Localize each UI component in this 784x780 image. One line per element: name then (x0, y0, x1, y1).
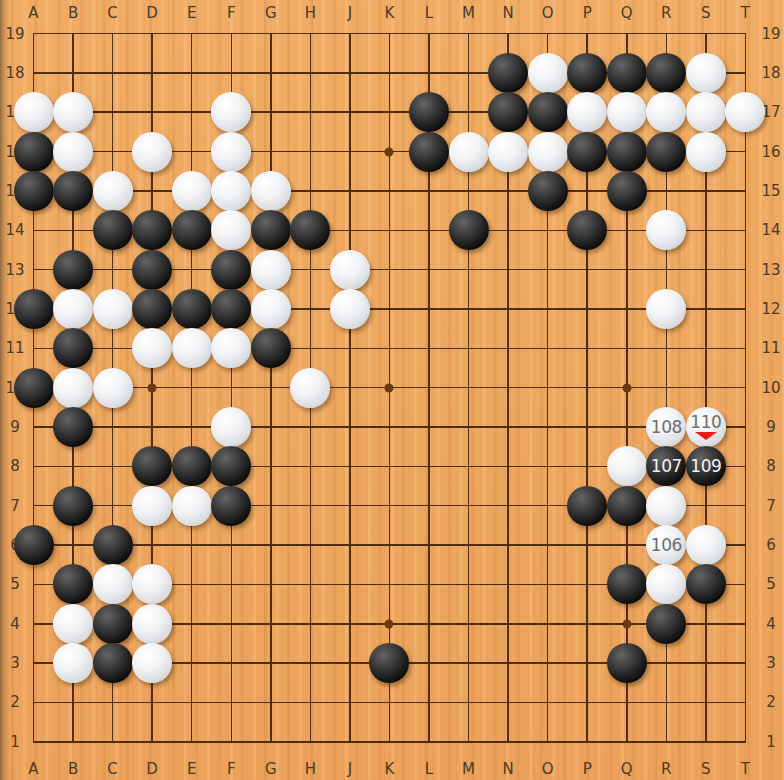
stone-black-C6 (93, 525, 133, 565)
stone-black-O15 (528, 171, 568, 211)
stone-black-F12 (211, 289, 251, 329)
stone-black-R16 (646, 132, 686, 172)
stone-black-P7 (567, 486, 607, 526)
stone-white-C10 (93, 368, 133, 408)
grid-line-horizontal (33, 741, 746, 743)
coord-label-top: E (187, 6, 196, 21)
stone-black-R18 (646, 53, 686, 93)
coord-label-top: J (348, 6, 352, 21)
stone-black-H14 (290, 210, 330, 250)
coord-label-top: H (305, 6, 316, 21)
coord-label-right: 12 (761, 301, 780, 316)
coord-label-top: A (28, 6, 38, 21)
coord-label-bottom: G (265, 762, 277, 777)
coord-label-bottom: D (146, 762, 158, 777)
coord-label-top: P (583, 6, 592, 21)
coord-label-bottom: C (107, 762, 117, 777)
stone-black-R4 (646, 604, 686, 644)
grid-line-horizontal (33, 702, 746, 704)
move-number: 109 (690, 458, 721, 475)
stone-white-D11 (132, 328, 172, 368)
star-point (622, 619, 631, 628)
stone-black-D12 (132, 289, 172, 329)
stone-black-Q5 (607, 564, 647, 604)
stone-white-F15 (211, 171, 251, 211)
stone-white-G13 (251, 250, 291, 290)
stone-black-D13 (132, 250, 172, 290)
coord-label-bottom: R (661, 762, 671, 777)
coord-label-top: T (741, 6, 750, 21)
stone-white-R14 (646, 210, 686, 250)
go-board[interactable]: AABBCCDDEEFFGGHHJJKKLLMMNNOOPPQQRRSSTT19… (0, 0, 784, 780)
coord-label-right: 19 (761, 26, 780, 41)
stone-black-K3 (369, 643, 409, 683)
stone-white-B16 (53, 132, 93, 172)
star-point (385, 147, 394, 156)
stone-white-R7 (646, 486, 686, 526)
stone-white-H10 (290, 368, 330, 408)
stone-black-F7 (211, 486, 251, 526)
coord-label-right: 16 (761, 144, 780, 159)
stone-black-R8: 107 (646, 446, 686, 486)
coord-label-right: 8 (766, 459, 776, 474)
coord-label-left: 8 (10, 459, 20, 474)
stone-black-S8: 109 (686, 446, 726, 486)
stone-black-L16 (409, 132, 449, 172)
stone-white-O18 (528, 53, 568, 93)
coord-label-bottom: M (462, 762, 475, 777)
stone-white-R5 (646, 564, 686, 604)
stone-white-B10 (53, 368, 93, 408)
coord-label-right: 2 (766, 695, 776, 710)
coord-label-bottom: Q (621, 762, 633, 777)
coord-label-right: 1 (766, 734, 776, 749)
stone-white-N16 (488, 132, 528, 172)
coord-label-left: 7 (10, 498, 20, 513)
stone-black-E12 (172, 289, 212, 329)
coord-label-bottom: K (385, 762, 395, 777)
stone-black-E8 (172, 446, 212, 486)
coord-label-left: 9 (10, 420, 20, 435)
stone-black-N17 (488, 92, 528, 132)
stone-white-D4 (132, 604, 172, 644)
stone-white-S6 (686, 525, 726, 565)
stone-white-B4 (53, 604, 93, 644)
grid-line-horizontal (33, 426, 746, 428)
stone-black-D14 (132, 210, 172, 250)
star-point (622, 383, 631, 392)
coord-label-top: L (425, 6, 433, 21)
stone-white-D3 (132, 643, 172, 683)
stone-black-Q18 (607, 53, 647, 93)
stone-white-S9: 110 (686, 407, 726, 447)
coord-label-bottom: H (305, 762, 316, 777)
stone-black-Q3 (607, 643, 647, 683)
star-point (385, 383, 394, 392)
coord-label-right: 7 (766, 498, 776, 513)
stone-black-A16 (14, 132, 54, 172)
stone-white-A17 (14, 92, 54, 132)
stone-black-D8 (132, 446, 172, 486)
stone-white-F9 (211, 407, 251, 447)
stone-white-F17 (211, 92, 251, 132)
stone-black-O17 (528, 92, 568, 132)
coord-label-right: 9 (766, 420, 776, 435)
coord-label-right: 3 (766, 656, 776, 671)
stone-black-C3 (93, 643, 133, 683)
coord-label-right: 15 (761, 183, 780, 198)
move-number: 106 (651, 537, 682, 554)
coord-label-bottom: L (425, 762, 433, 777)
stone-white-M16 (449, 132, 489, 172)
stone-white-R17 (646, 92, 686, 132)
stone-black-S5 (686, 564, 726, 604)
stone-white-C12 (93, 289, 133, 329)
stone-white-G15 (251, 171, 291, 211)
stone-white-F14 (211, 210, 251, 250)
coord-label-right: 5 (766, 577, 776, 592)
coord-label-top: F (227, 6, 236, 21)
coord-label-left: 13 (5, 262, 24, 277)
stone-white-G12 (251, 289, 291, 329)
coord-label-bottom: P (583, 762, 592, 777)
stone-black-B9 (53, 407, 93, 447)
coord-label-left: 1 (10, 734, 20, 749)
star-point (148, 383, 157, 392)
move-number: 107 (651, 458, 682, 475)
grid-line-horizontal (33, 544, 746, 546)
stone-white-R9: 108 (646, 407, 686, 447)
stone-white-P17 (567, 92, 607, 132)
stone-white-J12 (330, 289, 370, 329)
coord-label-left: 11 (5, 341, 24, 356)
coord-label-top: R (661, 6, 671, 21)
stone-black-Q15 (607, 171, 647, 211)
stone-white-D7 (132, 486, 172, 526)
stone-black-Q7 (607, 486, 647, 526)
coord-label-top: K (385, 6, 395, 21)
coord-label-bottom: E (187, 762, 196, 777)
stone-black-B7 (53, 486, 93, 526)
coord-label-right: 13 (761, 262, 780, 277)
stone-black-M14 (449, 210, 489, 250)
coord-label-right: 14 (761, 223, 780, 238)
stone-black-F13 (211, 250, 251, 290)
coord-label-right: 4 (766, 616, 776, 631)
coord-label-right: 18 (761, 65, 780, 80)
stone-white-S17 (686, 92, 726, 132)
coord-label-bottom: O (542, 762, 554, 777)
stone-black-A10 (14, 368, 54, 408)
stone-black-B15 (53, 171, 93, 211)
coord-label-left: 14 (5, 223, 24, 238)
stone-white-S18 (686, 53, 726, 93)
stone-black-E14 (172, 210, 212, 250)
star-point (385, 619, 394, 628)
coord-label-top: Q (621, 6, 633, 21)
coord-label-top: S (701, 6, 711, 21)
coord-label-bottom: N (502, 762, 513, 777)
coord-label-top: N (502, 6, 513, 21)
coord-label-left: 5 (10, 577, 20, 592)
stone-white-D5 (132, 564, 172, 604)
grid-line-vertical (745, 33, 747, 743)
coord-label-bottom: F (227, 762, 236, 777)
coord-label-left: 4 (10, 616, 20, 631)
stone-black-L17 (409, 92, 449, 132)
stone-black-C14 (93, 210, 133, 250)
stone-black-P16 (567, 132, 607, 172)
coord-label-right: 10 (761, 380, 780, 395)
coord-label-top: G (265, 6, 277, 21)
coord-label-top: D (146, 6, 158, 21)
stone-black-P18 (567, 53, 607, 93)
move-number: 108 (651, 419, 682, 436)
stone-black-B13 (53, 250, 93, 290)
coord-label-bottom: T (741, 762, 750, 777)
go-board-app: AABBCCDDEEFFGGHHJJKKLLMMNNOOPPQQRRSSTT19… (0, 0, 784, 780)
stone-white-J13 (330, 250, 370, 290)
stone-black-A6 (14, 525, 54, 565)
coord-label-bottom: J (348, 762, 352, 777)
stone-black-B5 (53, 564, 93, 604)
stone-black-A15 (14, 171, 54, 211)
stone-white-B12 (53, 289, 93, 329)
stone-white-R6: 106 (646, 525, 686, 565)
stone-black-B11 (53, 328, 93, 368)
coord-label-top: M (462, 6, 475, 21)
move-number: 110 (690, 414, 721, 431)
last-move-marker-icon (695, 432, 717, 440)
stone-white-F11 (211, 328, 251, 368)
stone-white-C15 (93, 171, 133, 211)
stone-black-G11 (251, 328, 291, 368)
stone-white-E15 (172, 171, 212, 211)
stone-white-E7 (172, 486, 212, 526)
stone-white-D16 (132, 132, 172, 172)
stone-white-B17 (53, 92, 93, 132)
stone-white-O16 (528, 132, 568, 172)
coord-label-left: 19 (5, 26, 24, 41)
stone-black-G14 (251, 210, 291, 250)
stone-white-Q8 (607, 446, 647, 486)
stone-black-A12 (14, 289, 54, 329)
stone-white-S16 (686, 132, 726, 172)
stone-white-B3 (53, 643, 93, 683)
stone-white-E11 (172, 328, 212, 368)
coord-label-top: O (542, 6, 554, 21)
coord-label-right: 11 (761, 341, 780, 356)
coord-label-bottom: S (701, 762, 711, 777)
stone-white-R12 (646, 289, 686, 329)
stone-black-Q16 (607, 132, 647, 172)
coord-label-top: B (68, 6, 78, 21)
coord-label-right: 6 (766, 538, 776, 553)
stone-black-P14 (567, 210, 607, 250)
stone-black-C4 (93, 604, 133, 644)
coord-label-left: 3 (10, 656, 20, 671)
coord-label-bottom: B (68, 762, 78, 777)
stone-white-T17 (725, 92, 765, 132)
stone-black-N18 (488, 53, 528, 93)
stone-white-Q17 (607, 92, 647, 132)
stone-white-C5 (93, 564, 133, 604)
stone-black-F8 (211, 446, 251, 486)
coord-label-top: C (107, 6, 117, 21)
coord-label-left: 2 (10, 695, 20, 710)
stone-white-F16 (211, 132, 251, 172)
coord-label-bottom: A (28, 762, 38, 777)
coord-label-left: 18 (5, 65, 24, 80)
